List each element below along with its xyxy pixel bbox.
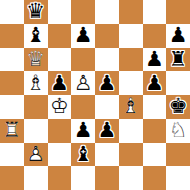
square-g4[interactable] — [143, 95, 167, 119]
square-c5[interactable]: ♟ — [48, 71, 72, 95]
square-a1[interactable] — [0, 166, 24, 190]
square-b5[interactable]: ♝♗ — [24, 71, 48, 95]
white-piece-outline-layer: ♔ — [48, 95, 72, 119]
square-a2[interactable] — [0, 143, 24, 167]
square-h7[interactable]: ♟ — [166, 24, 190, 48]
square-g5[interactable]: ♟ — [143, 71, 167, 95]
square-h2[interactable] — [166, 143, 190, 167]
square-d6[interactable] — [71, 48, 95, 72]
white-piece-outline-layer: ♖ — [0, 119, 24, 143]
square-c8[interactable] — [48, 0, 72, 24]
square-f1[interactable] — [119, 166, 143, 190]
square-c2[interactable] — [48, 143, 72, 167]
piece-black-bishop-b7[interactable]: ♝ — [24, 24, 48, 48]
white-piece-outline-layer: ♗ — [24, 71, 48, 95]
square-d7[interactable]: ♟ — [71, 24, 95, 48]
white-piece-outline-layer: ♙ — [24, 143, 48, 167]
square-c4[interactable]: ♚♔ — [48, 95, 72, 119]
square-e4[interactable] — [95, 95, 119, 119]
piece-black-pawn-e3[interactable]: ♟ — [95, 119, 119, 143]
square-e2[interactable] — [95, 143, 119, 167]
square-d5[interactable]: ♟♙ — [71, 71, 95, 95]
square-b3[interactable] — [24, 119, 48, 143]
square-c6[interactable] — [48, 48, 72, 72]
square-h3[interactable]: ♞♘ — [166, 119, 190, 143]
piece-white-king-c4[interactable]: ♚♔ — [48, 95, 72, 119]
square-d1[interactable] — [71, 166, 95, 190]
piece-black-pawn-c5[interactable]: ♟ — [48, 71, 72, 95]
square-c7[interactable] — [48, 24, 72, 48]
square-h6[interactable]: ♜ — [166, 48, 190, 72]
square-g7[interactable] — [143, 24, 167, 48]
square-b7[interactable]: ♝ — [24, 24, 48, 48]
square-e1[interactable] — [95, 166, 119, 190]
square-b8[interactable]: ♛ — [24, 0, 48, 24]
piece-black-pawn-d3[interactable]: ♟ — [71, 119, 95, 143]
square-b2[interactable]: ♟♙ — [24, 143, 48, 167]
white-piece-outline-layer: ♙ — [71, 71, 95, 95]
chess-board: ♛♝♟♟♛♕♟♜♝♗♟♟♙♟♟♚♔♝♗♚♜♖♟♟♞♘♟♙♝ — [0, 0, 190, 190]
square-d3[interactable]: ♟ — [71, 119, 95, 143]
piece-black-queen-b8[interactable]: ♛ — [24, 0, 48, 24]
piece-black-king-h4[interactable]: ♚ — [166, 95, 190, 119]
square-a8[interactable] — [0, 0, 24, 24]
piece-white-bishop-f4[interactable]: ♝♗ — [119, 95, 143, 119]
piece-black-pawn-g5[interactable]: ♟ — [143, 71, 167, 95]
square-f5[interactable] — [119, 71, 143, 95]
white-piece-outline-layer: ♗ — [119, 95, 143, 119]
white-piece-outline-layer: ♕ — [24, 48, 48, 72]
square-g2[interactable] — [143, 143, 167, 167]
square-h4[interactable]: ♚ — [166, 95, 190, 119]
square-e8[interactable] — [95, 0, 119, 24]
square-b1[interactable] — [24, 166, 48, 190]
square-h1[interactable] — [166, 166, 190, 190]
piece-white-pawn-b2[interactable]: ♟♙ — [24, 143, 48, 167]
square-e6[interactable] — [95, 48, 119, 72]
piece-white-rook-a3[interactable]: ♜♖ — [0, 119, 24, 143]
square-d8[interactable] — [71, 0, 95, 24]
square-g1[interactable] — [143, 166, 167, 190]
white-piece-outline-layer: ♘ — [166, 119, 190, 143]
square-a3[interactable]: ♜♖ — [0, 119, 24, 143]
square-e7[interactable] — [95, 24, 119, 48]
square-c3[interactable] — [48, 119, 72, 143]
square-a6[interactable] — [0, 48, 24, 72]
piece-white-queen-b6[interactable]: ♛♕ — [24, 48, 48, 72]
square-a4[interactable] — [0, 95, 24, 119]
square-f8[interactable] — [119, 0, 143, 24]
square-b6[interactable]: ♛♕ — [24, 48, 48, 72]
piece-black-pawn-h7[interactable]: ♟ — [166, 24, 190, 48]
square-d2[interactable]: ♝ — [71, 143, 95, 167]
square-f4[interactable]: ♝♗ — [119, 95, 143, 119]
square-b4[interactable] — [24, 95, 48, 119]
square-e3[interactable]: ♟ — [95, 119, 119, 143]
piece-black-bishop-d2[interactable]: ♝ — [71, 143, 95, 167]
square-c1[interactable] — [48, 166, 72, 190]
piece-white-bishop-b5[interactable]: ♝♗ — [24, 71, 48, 95]
square-f6[interactable] — [119, 48, 143, 72]
square-a7[interactable] — [0, 24, 24, 48]
square-g6[interactable]: ♟ — [143, 48, 167, 72]
square-f7[interactable] — [119, 24, 143, 48]
square-f3[interactable] — [119, 119, 143, 143]
piece-black-rook-h6[interactable]: ♜ — [166, 48, 190, 72]
square-e5[interactable]: ♟ — [95, 71, 119, 95]
piece-white-knight-h3[interactable]: ♞♘ — [166, 119, 190, 143]
piece-black-pawn-g6[interactable]: ♟ — [143, 48, 167, 72]
square-d4[interactable] — [71, 95, 95, 119]
square-h8[interactable] — [166, 0, 190, 24]
square-g3[interactable] — [143, 119, 167, 143]
piece-white-pawn-d5[interactable]: ♟♙ — [71, 71, 95, 95]
square-g8[interactable] — [143, 0, 167, 24]
piece-black-pawn-e5[interactable]: ♟ — [95, 71, 119, 95]
square-f2[interactable] — [119, 143, 143, 167]
square-a5[interactable] — [0, 71, 24, 95]
square-h5[interactable] — [166, 71, 190, 95]
piece-black-pawn-d7[interactable]: ♟ — [71, 24, 95, 48]
